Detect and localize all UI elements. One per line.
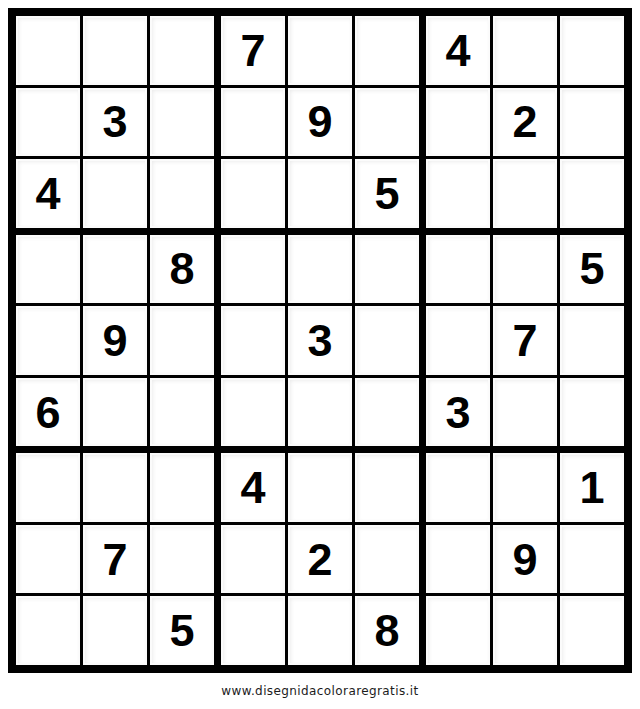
sudoku-cell-r4c1[interactable] [16, 235, 80, 304]
sudoku-cell-r9c8[interactable] [493, 596, 557, 665]
sudoku-cell-r9c2[interactable] [83, 596, 147, 665]
sudoku-cell-r4c6[interactable] [355, 235, 419, 304]
sudoku-cell-r9c6[interactable]: 8 [355, 596, 419, 665]
sudoku-cell-r5c8[interactable]: 7 [493, 306, 557, 375]
sudoku-cell-r7c7[interactable] [426, 453, 490, 522]
sudoku-cell-r9c1[interactable] [16, 596, 80, 665]
sudoku-cell-r8c1[interactable] [16, 525, 80, 594]
sudoku-cell-r4c8[interactable] [493, 235, 557, 304]
sudoku-cell-r6c9[interactable] [560, 378, 624, 447]
sudoku-cell-r6c2[interactable] [83, 378, 147, 447]
sudoku-cell-r6c3[interactable] [150, 378, 214, 447]
sudoku-cell-r8c2[interactable]: 7 [83, 525, 147, 594]
sudoku-board: 347954289635737542819 [8, 8, 632, 673]
sudoku-cell-r9c5[interactable] [288, 596, 352, 665]
sudoku-cell-r1c5[interactable] [288, 16, 352, 85]
sudoku-cell-r9c4[interactable] [221, 596, 285, 665]
sudoku-cell-r8c8[interactable]: 9 [493, 525, 557, 594]
sudoku-cell-r7c8[interactable] [493, 453, 557, 522]
sudoku-cell-r7c6[interactable] [355, 453, 419, 522]
sudoku-cell-r9c7[interactable] [426, 596, 490, 665]
sudoku-cell-r1c6[interactable] [355, 16, 419, 85]
sudoku-cell-r7c2[interactable] [83, 453, 147, 522]
sudoku-cell-r1c2[interactable] [83, 16, 147, 85]
sudoku-cell-r2c3[interactable] [150, 88, 214, 157]
sudoku-cell-r7c4[interactable]: 4 [221, 453, 285, 522]
sudoku-cell-r1c7[interactable]: 4 [426, 16, 490, 85]
sudoku-cell-r2c1[interactable] [16, 88, 80, 157]
sudoku-cell-r1c3[interactable] [150, 16, 214, 85]
sudoku-cell-r8c4[interactable] [221, 525, 285, 594]
sudoku-cell-r9c3[interactable]: 5 [150, 596, 214, 665]
sudoku-cell-r5c6[interactable] [355, 306, 419, 375]
sudoku-cell-r4c3[interactable]: 8 [150, 235, 214, 304]
sudoku-cell-r5c3[interactable] [150, 306, 214, 375]
sudoku-cell-r3c4[interactable] [221, 159, 285, 228]
sudoku-cell-r3c3[interactable] [150, 159, 214, 228]
sudoku-cell-r5c4[interactable] [221, 306, 285, 375]
sudoku-cell-r7c1[interactable] [16, 453, 80, 522]
sudoku-cell-r2c5[interactable]: 9 [288, 88, 352, 157]
sudoku-cell-r6c1[interactable]: 6 [16, 378, 80, 447]
sudoku-box-6: 573 [426, 235, 624, 447]
sudoku-cell-r3c6[interactable]: 5 [355, 159, 419, 228]
sudoku-cell-r9c9[interactable] [560, 596, 624, 665]
sudoku-box-8: 428 [221, 453, 419, 665]
sudoku-cell-r4c5[interactable] [288, 235, 352, 304]
sudoku-cell-r4c4[interactable] [221, 235, 285, 304]
sudoku-cell-r3c2[interactable] [83, 159, 147, 228]
sudoku-cell-r3c5[interactable] [288, 159, 352, 228]
sudoku-box-2: 795 [221, 16, 419, 228]
sudoku-cell-r2c6[interactable] [355, 88, 419, 157]
sudoku-cell-r7c9[interactable]: 1 [560, 453, 624, 522]
sudoku-cell-r8c7[interactable] [426, 525, 490, 594]
sudoku-cell-r1c1[interactable] [16, 16, 80, 85]
sudoku-cell-r2c7[interactable] [426, 88, 490, 157]
sudoku-cell-r4c9[interactable]: 5 [560, 235, 624, 304]
sudoku-cell-r5c5[interactable]: 3 [288, 306, 352, 375]
sudoku-cell-r8c9[interactable] [560, 525, 624, 594]
sudoku-cell-r2c2[interactable]: 3 [83, 88, 147, 157]
sudoku-cell-r5c2[interactable]: 9 [83, 306, 147, 375]
sudoku-box-1: 34 [16, 16, 214, 228]
sudoku-box-5: 3 [221, 235, 419, 447]
sudoku-cell-r5c1[interactable] [16, 306, 80, 375]
sudoku-cell-r8c5[interactable]: 2 [288, 525, 352, 594]
sudoku-box-7: 75 [16, 453, 214, 665]
sudoku-cell-r1c8[interactable] [493, 16, 557, 85]
sudoku-cell-r7c3[interactable] [150, 453, 214, 522]
sudoku-cell-r3c7[interactable] [426, 159, 490, 228]
sudoku-cell-r3c8[interactable] [493, 159, 557, 228]
sudoku-cell-r3c9[interactable] [560, 159, 624, 228]
sudoku-box-4: 896 [16, 235, 214, 447]
sudoku-box-9: 19 [426, 453, 624, 665]
sudoku-cell-r6c4[interactable] [221, 378, 285, 447]
sudoku-cell-r7c5[interactable] [288, 453, 352, 522]
sudoku-cell-r5c9[interactable] [560, 306, 624, 375]
sudoku-cell-r2c8[interactable]: 2 [493, 88, 557, 157]
sudoku-box-3: 42 [426, 16, 624, 228]
sudoku-cell-r6c7[interactable]: 3 [426, 378, 490, 447]
sudoku-cell-r8c6[interactable] [355, 525, 419, 594]
sudoku-cell-r4c2[interactable] [83, 235, 147, 304]
sudoku-cell-r2c4[interactable] [221, 88, 285, 157]
sudoku-cell-r1c4[interactable]: 7 [221, 16, 285, 85]
sudoku-cell-r4c7[interactable] [426, 235, 490, 304]
sudoku-cell-r5c7[interactable] [426, 306, 490, 375]
sudoku-cell-r8c3[interactable] [150, 525, 214, 594]
sudoku-cell-r6c6[interactable] [355, 378, 419, 447]
sudoku-cell-r6c8[interactable] [493, 378, 557, 447]
sudoku-cell-r3c1[interactable]: 4 [16, 159, 80, 228]
sudoku-cell-r6c5[interactable] [288, 378, 352, 447]
sudoku-cell-r1c9[interactable] [560, 16, 624, 85]
sudoku-cell-r2c9[interactable] [560, 88, 624, 157]
watermark-url: www.disegnidacoloraregratis.it [0, 684, 640, 698]
